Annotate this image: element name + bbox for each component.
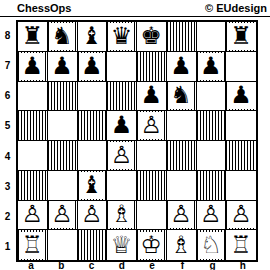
square-g8[interactable] — [197, 22, 227, 52]
square-d4[interactable]: ♙ — [107, 141, 137, 171]
square-a7[interactable]: ♟ — [18, 52, 48, 82]
square-g5[interactable] — [197, 111, 227, 141]
square-d8[interactable]: ♛ — [107, 22, 137, 52]
square-h5[interactable] — [226, 111, 256, 141]
square-g2[interactable]: ♙ — [197, 201, 227, 231]
rank-label-1: 1 — [0, 232, 15, 262]
app-title: ChessOps — [17, 2, 71, 14]
white-bishop: ♗ — [109, 201, 134, 228]
square-a5[interactable] — [18, 111, 48, 141]
square-f4[interactable] — [167, 141, 197, 171]
square-c8[interactable]: ♝ — [78, 22, 108, 52]
square-f8[interactable] — [167, 22, 197, 52]
white-pawn: ♙ — [169, 201, 194, 228]
black-pawn: ♟ — [198, 53, 223, 80]
square-c7[interactable]: ♟ — [78, 52, 108, 82]
square-g1[interactable]: ♘ — [197, 230, 227, 260]
square-c5[interactable] — [78, 111, 108, 141]
rank-labels: 87654321 — [0, 20, 15, 262]
square-a8[interactable]: ♜ — [18, 22, 48, 52]
black-pawn: ♟ — [229, 82, 254, 109]
square-f2[interactable]: ♙ — [167, 201, 197, 231]
square-h8[interactable]: ♜ — [226, 22, 256, 52]
black-pawn: ♟ — [20, 53, 45, 80]
square-e1[interactable]: ♔ — [137, 230, 167, 260]
square-e6[interactable]: ♟ — [137, 82, 167, 112]
square-g7[interactable]: ♟ — [197, 52, 227, 82]
square-f6[interactable]: ♞ — [167, 82, 197, 112]
square-a2[interactable]: ♙ — [18, 201, 48, 231]
square-b1[interactable] — [48, 230, 78, 260]
white-king: ♔ — [139, 232, 164, 259]
square-b7[interactable]: ♟ — [48, 52, 78, 82]
square-d7[interactable] — [107, 52, 137, 82]
square-b4[interactable] — [48, 141, 78, 171]
file-label-f: f — [167, 261, 197, 270]
square-h1[interactable]: ♖ — [226, 230, 256, 260]
square-b5[interactable] — [48, 111, 78, 141]
square-a6[interactable] — [18, 82, 48, 112]
square-e5[interactable]: ♙ — [137, 111, 167, 141]
square-b2[interactable]: ♙ — [48, 201, 78, 231]
square-a3[interactable] — [18, 171, 48, 201]
rank-label-8: 8 — [0, 20, 15, 50]
square-b8[interactable]: ♞ — [48, 22, 78, 52]
square-d5[interactable]: ♟ — [107, 111, 137, 141]
black-knight: ♞ — [50, 23, 75, 50]
chess-board: ♜♞♝♛♚♜♟♟♟♟♟♟♞♟♟♙♙♝♙♙♙♗♙♙♙♖♕♔♗♘♖ — [16, 20, 258, 262]
white-rook: ♖ — [229, 232, 254, 259]
square-e8[interactable]: ♚ — [137, 22, 167, 52]
square-c3[interactable]: ♝ — [78, 171, 108, 201]
white-pawn: ♙ — [79, 201, 104, 228]
square-e2[interactable] — [137, 201, 167, 231]
white-pawn: ♙ — [50, 201, 75, 228]
rank-label-6: 6 — [0, 81, 15, 111]
copyright-credit: © EUdesign — [205, 2, 267, 14]
square-e3[interactable] — [137, 171, 167, 201]
square-h2[interactable]: ♙ — [226, 201, 256, 231]
square-e7[interactable] — [137, 52, 167, 82]
black-pawn: ♟ — [109, 112, 134, 139]
rank-label-7: 7 — [0, 50, 15, 80]
page: ChessOps © EUdesign 87654321 ♜♞♝♛♚♜♟♟♟♟♟… — [0, 0, 270, 270]
square-d6[interactable] — [107, 82, 137, 112]
file-label-d: d — [107, 261, 137, 270]
square-g4[interactable] — [197, 141, 227, 171]
white-queen: ♕ — [109, 232, 134, 259]
rank-label-2: 2 — [0, 202, 15, 232]
square-d2[interactable]: ♗ — [107, 201, 137, 231]
black-pawn: ♟ — [139, 82, 164, 109]
square-a4[interactable] — [18, 141, 48, 171]
square-c6[interactable] — [78, 82, 108, 112]
square-h4[interactable] — [226, 141, 256, 171]
square-g3[interactable] — [197, 171, 227, 201]
square-d1[interactable]: ♕ — [107, 230, 137, 260]
square-a1[interactable]: ♖ — [18, 230, 48, 260]
file-labels: abcdefgh — [16, 261, 258, 270]
rank-label-5: 5 — [0, 111, 15, 141]
file-label-e: e — [137, 261, 167, 270]
file-label-c: c — [77, 261, 107, 270]
square-f7[interactable]: ♟ — [167, 52, 197, 82]
black-rook: ♜ — [229, 23, 254, 50]
black-king: ♚ — [139, 23, 164, 50]
square-h7[interactable] — [226, 52, 256, 82]
rank-label-4: 4 — [0, 141, 15, 171]
white-pawn: ♙ — [139, 112, 164, 139]
black-pawn: ♟ — [79, 53, 104, 80]
white-pawn: ♙ — [109, 142, 134, 169]
square-f3[interactable] — [167, 171, 197, 201]
square-g6[interactable] — [197, 82, 227, 112]
square-h6[interactable]: ♟ — [226, 82, 256, 112]
black-knight: ♞ — [169, 82, 194, 109]
white-pawn: ♙ — [20, 201, 45, 228]
square-h3[interactable] — [226, 171, 256, 201]
file-label-g: g — [198, 261, 228, 270]
file-label-b: b — [46, 261, 76, 270]
file-label-h: h — [228, 261, 258, 270]
white-rook: ♖ — [20, 232, 45, 259]
file-label-a: a — [16, 261, 46, 270]
square-b6[interactable] — [48, 82, 78, 112]
black-rook: ♜ — [20, 23, 45, 50]
black-pawn: ♟ — [50, 53, 75, 80]
header: ChessOps © EUdesign — [0, 0, 270, 17]
white-pawn: ♙ — [198, 201, 223, 228]
square-c1[interactable] — [78, 230, 108, 260]
square-f1[interactable]: ♗ — [167, 230, 197, 260]
white-pawn: ♙ — [229, 201, 254, 228]
square-b3[interactable] — [48, 171, 78, 201]
black-pawn: ♟ — [169, 53, 194, 80]
black-bishop: ♝ — [79, 23, 104, 50]
rank-label-3: 3 — [0, 171, 15, 201]
black-bishop: ♝ — [79, 172, 104, 199]
square-c2[interactable]: ♙ — [78, 201, 108, 231]
white-knight: ♘ — [198, 232, 223, 259]
white-bishop: ♗ — [169, 232, 194, 259]
square-e4[interactable] — [137, 141, 167, 171]
square-f5[interactable] — [167, 111, 197, 141]
black-queen: ♛ — [109, 23, 134, 50]
square-c4[interactable] — [78, 141, 108, 171]
square-d3[interactable] — [107, 171, 137, 201]
